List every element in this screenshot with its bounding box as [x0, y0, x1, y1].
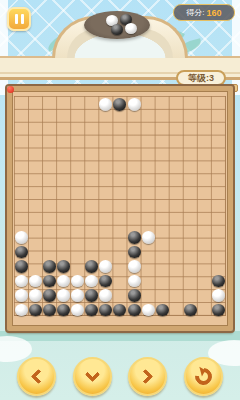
control-bar — [0, 357, 240, 396]
black-stone — [57, 260, 70, 273]
black-stone — [29, 304, 42, 317]
black-stone — [128, 231, 141, 244]
white-stone — [128, 275, 141, 288]
level-text: 等级:3 — [188, 72, 214, 85]
white-stone — [15, 304, 28, 317]
white-stone — [212, 289, 225, 302]
pause-icon — [21, 14, 24, 24]
stone-layer — [14, 96, 226, 316]
black-stone — [212, 275, 225, 288]
score-value: 160 — [207, 8, 222, 18]
black-stone — [43, 260, 56, 273]
white-stone — [142, 304, 155, 317]
chevron-down-icon — [84, 367, 100, 383]
black-stone — [85, 304, 98, 317]
game-board[interactable] — [7, 86, 233, 331]
black-stone — [43, 304, 56, 317]
black-stone — [128, 304, 141, 317]
game-screen: 得分: 160 等级:3 — [0, 0, 240, 400]
move-down-button[interactable] — [73, 357, 112, 396]
black-stone — [85, 289, 98, 302]
board-shadow-band — [0, 331, 240, 341]
white-stone — [29, 275, 42, 288]
white-stone — [142, 231, 155, 244]
white-stone — [71, 289, 84, 302]
move-left-button[interactable] — [17, 357, 56, 396]
black-stone — [57, 304, 70, 317]
pause-icon — [15, 14, 18, 24]
corner-marker-dot — [7, 86, 14, 93]
black-stone — [43, 275, 56, 288]
white-stone — [99, 98, 112, 111]
white-stone — [71, 304, 84, 317]
white-stone — [15, 231, 28, 244]
score-badge: 得分: 160 — [173, 4, 235, 21]
black-stone — [15, 246, 28, 259]
stone-bowl — [84, 11, 150, 39]
white-bowl-stone — [125, 23, 137, 34]
restart-icon — [191, 365, 215, 389]
black-stone — [212, 304, 225, 317]
black-stone — [113, 98, 126, 111]
level-badge: 等级:3 — [176, 70, 226, 86]
black-stone — [99, 304, 112, 317]
white-stone — [128, 98, 141, 111]
white-stone — [57, 289, 70, 302]
black-stone — [43, 289, 56, 302]
black-stone — [113, 304, 126, 317]
score-label: 得分: — [186, 7, 204, 18]
pause-button[interactable] — [7, 7, 31, 31]
black-stone — [99, 275, 112, 288]
black-stone — [15, 260, 28, 273]
white-stone — [57, 275, 70, 288]
white-stone — [128, 260, 141, 273]
white-stone — [85, 275, 98, 288]
black-bowl-stone — [111, 24, 123, 35]
white-stone — [99, 260, 112, 273]
chevron-left-icon — [31, 369, 47, 385]
restart-button[interactable] — [184, 357, 223, 396]
white-stone — [15, 275, 28, 288]
white-stone — [71, 275, 84, 288]
white-stone — [29, 289, 42, 302]
black-stone — [184, 304, 197, 317]
black-stone — [85, 260, 98, 273]
white-stone — [15, 289, 28, 302]
chevron-right-icon — [138, 369, 154, 385]
black-stone — [128, 289, 141, 302]
white-stone — [99, 289, 112, 302]
black-stone — [128, 246, 141, 259]
move-right-button[interactable] — [128, 357, 167, 396]
black-stone — [156, 304, 169, 317]
